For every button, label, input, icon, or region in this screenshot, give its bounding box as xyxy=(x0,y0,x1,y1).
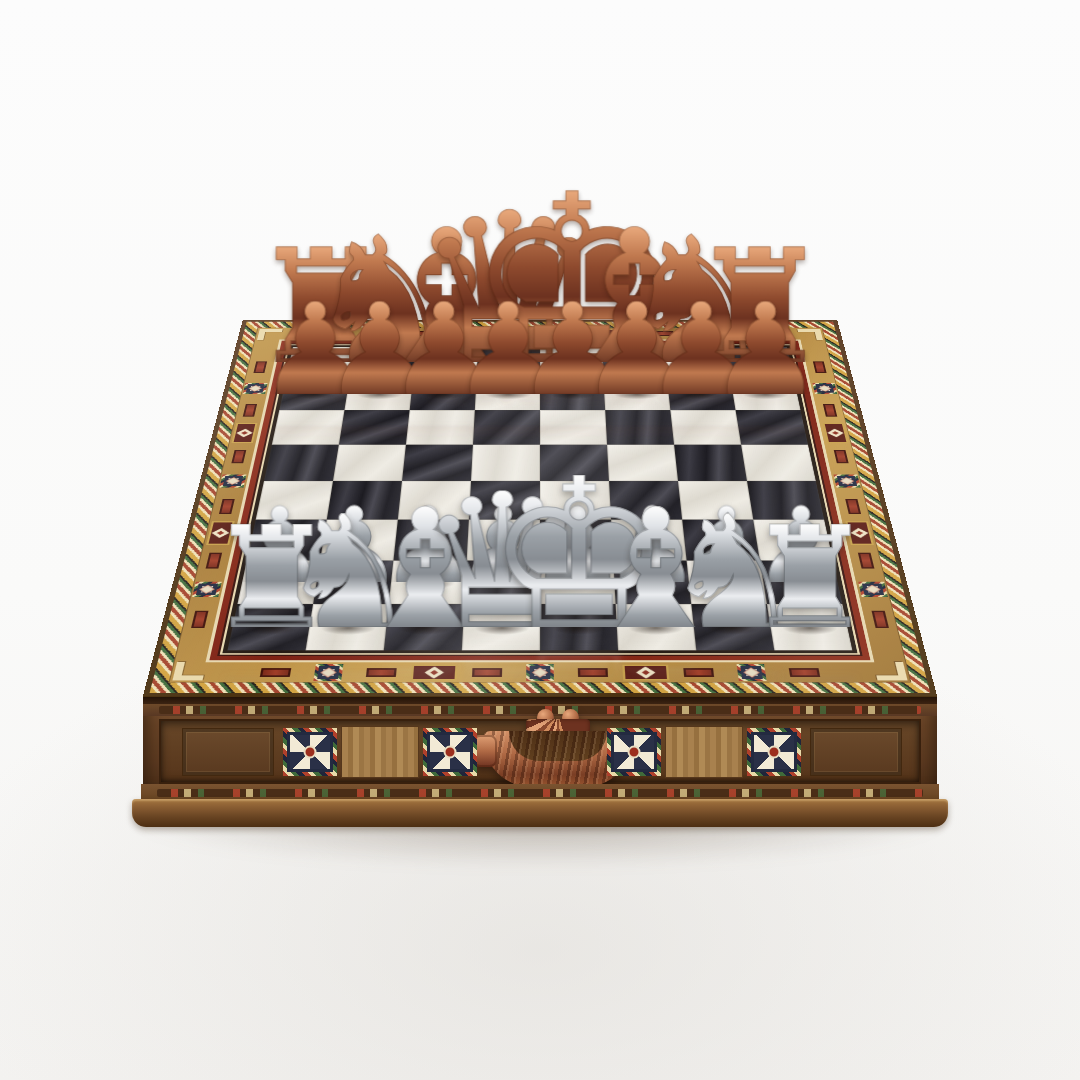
drawer-mosaic-tile xyxy=(747,728,801,776)
drawer-mosaic-tile xyxy=(607,728,661,776)
drawer-wood-panel xyxy=(341,726,419,778)
drawer-mosaic-tile xyxy=(283,728,337,776)
scene-3d: ♜♜♞♞♝♝♛♛♚♚♝♝♞♞♜♜♟♟♟♟♟♟♟♟♟♟♟♟♟♟♟♟♟♟♟♟♟♟♟♟… xyxy=(0,0,1080,1080)
piece-white-rook-h1[interactable]: ♜ xyxy=(675,293,942,627)
drawer-mosaic-tile xyxy=(423,728,477,776)
drawer-frame-panel xyxy=(182,728,274,776)
box-front xyxy=(143,697,937,788)
drawer[interactable] xyxy=(159,719,921,784)
top-edge-rim xyxy=(143,697,937,704)
studio-photo: ♜♜♞♞♝♝♛♛♚♚♝♝♞♞♜♜♟♟♟♟♟♟♟♟♟♟♟♟♟♟♟♟♟♟♟♟♟♟♟♟… xyxy=(0,0,1080,1080)
drawer-wood-panel xyxy=(665,726,743,778)
base-molding xyxy=(132,799,948,827)
board-top: ♜♜♞♞♝♝♛♛♚♚♝♝♞♞♜♜♟♟♟♟♟♟♟♟♟♟♟♟♟♟♟♟♟♟♟♟♟♟♟♟… xyxy=(143,320,938,697)
base-inlay-strip xyxy=(157,789,923,797)
drawer-frame-panel xyxy=(810,728,902,776)
